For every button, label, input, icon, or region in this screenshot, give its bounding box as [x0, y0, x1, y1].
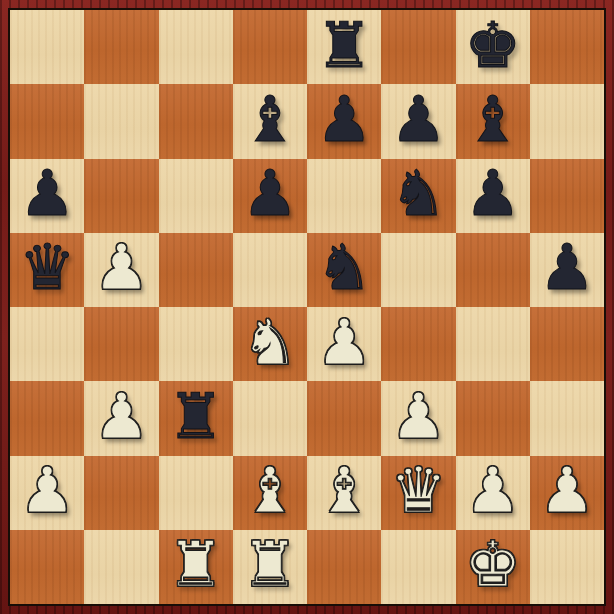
piece-white-bishop[interactable]: ♝	[242, 459, 298, 522]
square-c2[interactable]	[159, 456, 233, 530]
square-a8[interactable]	[10, 10, 84, 84]
square-g7[interactable]: ♝	[456, 84, 530, 158]
square-b4[interactable]	[84, 307, 158, 381]
square-d2[interactable]: ♝	[233, 456, 307, 530]
piece-black-rook[interactable]: ♜	[167, 385, 223, 448]
square-c4[interactable]	[159, 307, 233, 381]
piece-white-rook[interactable]: ♜	[242, 533, 298, 596]
square-h8[interactable]	[530, 10, 604, 84]
square-g1[interactable]: ♚	[456, 530, 530, 604]
square-b5[interactable]: ♟	[84, 233, 158, 307]
square-a6[interactable]: ♟	[10, 159, 84, 233]
square-d6[interactable]: ♟	[233, 159, 307, 233]
square-a2[interactable]: ♟	[10, 456, 84, 530]
piece-white-pawn[interactable]: ♟	[93, 385, 149, 448]
square-h2[interactable]: ♟	[530, 456, 604, 530]
square-d3[interactable]	[233, 381, 307, 455]
piece-black-knight[interactable]: ♞	[316, 236, 372, 299]
square-f5[interactable]	[381, 233, 455, 307]
square-f6[interactable]: ♞	[381, 159, 455, 233]
square-g3[interactable]	[456, 381, 530, 455]
piece-black-pawn[interactable]: ♟	[19, 162, 75, 225]
square-e5[interactable]: ♞	[307, 233, 381, 307]
square-g2[interactable]: ♟	[456, 456, 530, 530]
square-g6[interactable]: ♟	[456, 159, 530, 233]
square-c3[interactable]: ♜	[159, 381, 233, 455]
square-a7[interactable]	[10, 84, 84, 158]
square-h4[interactable]	[530, 307, 604, 381]
chess-board: ♜♚♝♟♟♝♟♟♞♟♛♟♞♟♞♟♟♜♟♟♝♝♛♟♟♜♜♚	[8, 8, 606, 606]
square-e4[interactable]: ♟	[307, 307, 381, 381]
square-b8[interactable]	[84, 10, 158, 84]
square-b6[interactable]	[84, 159, 158, 233]
square-g4[interactable]	[456, 307, 530, 381]
piece-white-bishop[interactable]: ♝	[316, 459, 372, 522]
square-e2[interactable]: ♝	[307, 456, 381, 530]
square-f8[interactable]	[381, 10, 455, 84]
piece-white-pawn[interactable]: ♟	[316, 311, 372, 374]
square-d4[interactable]: ♞	[233, 307, 307, 381]
square-f7[interactable]: ♟	[381, 84, 455, 158]
piece-white-pawn[interactable]: ♟	[19, 459, 75, 522]
square-d7[interactable]: ♝	[233, 84, 307, 158]
square-c6[interactable]	[159, 159, 233, 233]
piece-white-pawn[interactable]: ♟	[93, 236, 149, 299]
piece-black-rook[interactable]: ♜	[316, 14, 372, 77]
piece-white-pawn[interactable]: ♟	[390, 385, 446, 448]
square-b2[interactable]	[84, 456, 158, 530]
square-a5[interactable]: ♛	[10, 233, 84, 307]
square-e1[interactable]	[307, 530, 381, 604]
square-a1[interactable]	[10, 530, 84, 604]
piece-black-knight[interactable]: ♞	[390, 162, 446, 225]
piece-black-bishop[interactable]: ♝	[242, 88, 298, 151]
piece-black-pawn[interactable]: ♟	[316, 88, 372, 151]
square-e7[interactable]: ♟	[307, 84, 381, 158]
square-h3[interactable]	[530, 381, 604, 455]
square-e6[interactable]	[307, 159, 381, 233]
square-c7[interactable]	[159, 84, 233, 158]
piece-black-pawn[interactable]: ♟	[464, 162, 520, 225]
square-f3[interactable]: ♟	[381, 381, 455, 455]
square-c1[interactable]: ♜	[159, 530, 233, 604]
square-d5[interactable]	[233, 233, 307, 307]
square-e8[interactable]: ♜	[307, 10, 381, 84]
square-f1[interactable]	[381, 530, 455, 604]
square-h1[interactable]	[530, 530, 604, 604]
piece-black-pawn[interactable]: ♟	[539, 236, 595, 299]
square-a4[interactable]	[10, 307, 84, 381]
square-g8[interactable]: ♚	[456, 10, 530, 84]
piece-black-pawn[interactable]: ♟	[390, 88, 446, 151]
piece-black-king[interactable]: ♚	[464, 14, 520, 77]
piece-white-king[interactable]: ♚	[464, 533, 520, 596]
square-b3[interactable]: ♟	[84, 381, 158, 455]
square-c8[interactable]	[159, 10, 233, 84]
board-frame: ♜♚♝♟♟♝♟♟♞♟♛♟♞♟♞♟♟♜♟♟♝♝♛♟♟♜♜♚	[0, 0, 614, 614]
piece-white-pawn[interactable]: ♟	[464, 459, 520, 522]
piece-black-pawn[interactable]: ♟	[242, 162, 298, 225]
square-e3[interactable]	[307, 381, 381, 455]
square-f4[interactable]	[381, 307, 455, 381]
square-f2[interactable]: ♛	[381, 456, 455, 530]
square-h7[interactable]	[530, 84, 604, 158]
square-d8[interactable]	[233, 10, 307, 84]
square-h5[interactable]: ♟	[530, 233, 604, 307]
square-c5[interactable]	[159, 233, 233, 307]
piece-white-queen[interactable]: ♛	[390, 459, 446, 522]
piece-white-knight[interactable]: ♞	[242, 311, 298, 374]
piece-white-rook[interactable]: ♜	[167, 533, 223, 596]
piece-black-bishop[interactable]: ♝	[464, 88, 520, 151]
square-b1[interactable]	[84, 530, 158, 604]
piece-black-queen[interactable]: ♛	[19, 236, 75, 299]
square-d1[interactable]: ♜	[233, 530, 307, 604]
square-g5[interactable]	[456, 233, 530, 307]
square-a3[interactable]	[10, 381, 84, 455]
square-h6[interactable]	[530, 159, 604, 233]
square-b7[interactable]	[84, 84, 158, 158]
piece-white-pawn[interactable]: ♟	[539, 459, 595, 522]
